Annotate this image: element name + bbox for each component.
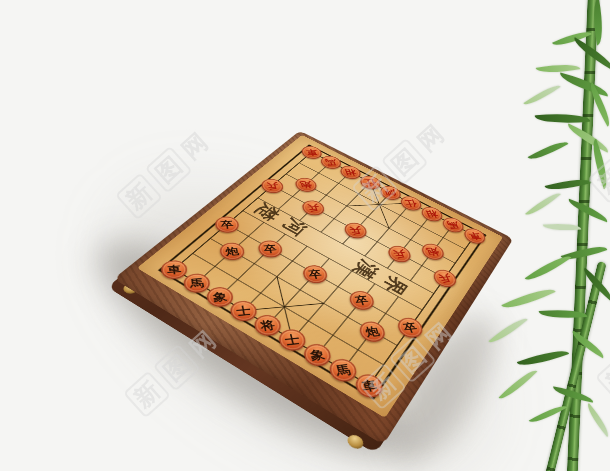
piece-character: 仕 [404,199,418,207]
bamboo-leaf [543,221,582,232]
bamboo-leaf [568,330,607,358]
piece-character: 炮 [225,246,240,256]
bamboo-leaf [585,82,610,126]
site-watermark-char: 新 [123,370,171,418]
piece-character: 仕 [364,178,377,186]
piece-character: 象 [309,348,326,361]
bamboo-leaf [528,136,569,165]
bamboo-leaf [589,0,607,46]
piece-character: 炮 [425,247,440,256]
board-surface: 楚 河 漢 界 車馬相仕帥仕相馬車炮炮兵兵兵兵兵卒卒卒卒卒炮炮車馬象士将士象馬車 [137,135,503,418]
bamboo-leaf [552,25,592,50]
piece-character: 卒 [402,321,419,333]
piece-character: 馬 [446,220,460,229]
site-watermark-char: 新 [115,172,163,220]
piece-character: 兵 [266,182,279,190]
site-watermark: 新图网 [115,126,215,221]
bamboo-stalk [566,0,599,471]
bamboo-leaf [517,344,569,371]
piece-character: 車 [167,264,182,275]
bamboo-leaf [552,386,595,402]
piece-character: 馬 [189,277,204,288]
piece-character: 炮 [364,325,381,337]
piece-character: 兵 [306,203,320,212]
piece-character: 士 [284,333,301,346]
bamboo-leaf [566,198,610,222]
bamboo-leaf [539,307,588,321]
piece-character: 車 [467,231,482,240]
piece-character: 車 [360,378,378,392]
site-watermark-char: 网 [411,118,450,158]
piece-character: 車 [305,149,318,156]
piece-character: 馬 [324,158,337,165]
bamboo-leaf [501,281,555,314]
scene: 楚 河 漢 界 車馬相仕帥仕相馬車炮炮兵兵兵兵兵卒卒卒卒卒炮炮車馬象士将士象馬車… [0,0,610,471]
bamboo-leaf [488,312,527,347]
site-watermark: 新图网 [595,308,610,403]
bamboo-leaf [570,37,610,71]
bamboo-leaf [545,174,592,195]
bamboo-leaf [579,267,610,301]
bamboo-leaf [529,401,568,428]
bamboo-leaf [564,123,610,152]
bamboo-leaf [561,240,608,265]
site-watermark-char: 图 [153,344,201,392]
bamboo-leaf [583,403,610,437]
bamboo-leaf [523,80,560,109]
piece-character: 士 [236,305,252,317]
piece-character: 卒 [263,244,278,254]
site-watermark: 新图网 [587,110,610,205]
bamboo-leaf [557,72,610,96]
piece-character: 馬 [334,363,351,377]
bamboo-leaf [525,250,572,287]
site-watermark-char: 新 [595,354,610,402]
piece-character: 兵 [392,249,407,259]
piece-character: 卒 [307,269,322,280]
piece-character: 相 [344,168,357,175]
piece-character: 象 [212,291,228,303]
bamboo-stalk [540,261,607,471]
site-watermark-char: 新 [587,156,610,204]
xiangqi-board: 楚 河 漢 界 車馬相仕帥仕相馬車炮炮兵兵兵兵兵卒卒卒卒卒炮炮車馬象士将士象馬車 [137,135,503,418]
bamboo-leaf [525,188,561,220]
piece-character: 兵 [348,226,362,235]
bamboo-leaf [499,365,538,404]
piece-character: 帥 [384,189,398,197]
piece-character: 卒 [220,220,234,229]
bamboo-leaf [536,60,581,77]
piece-character: 相 [425,210,439,218]
site-watermark-char: 网 [175,126,214,166]
bamboo-leaf [534,110,590,126]
bamboo-leaf [587,139,610,189]
piece-character: 兵 [437,273,453,283]
piece-character: 炮 [299,181,312,189]
piece-character: 卒 [354,294,370,305]
piece-character: 将 [259,319,275,331]
site-watermark-char: 图 [145,146,193,194]
